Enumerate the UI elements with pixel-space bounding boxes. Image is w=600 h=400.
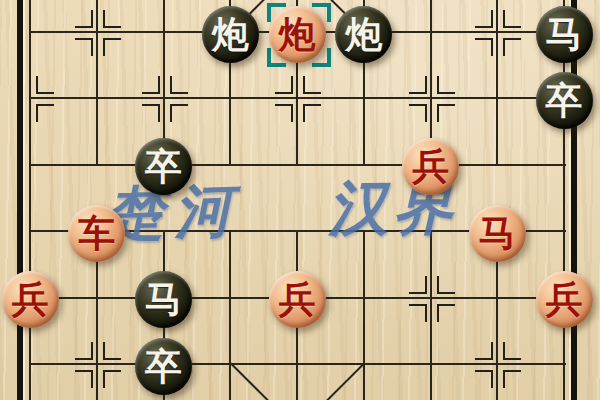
point-marker-bracket	[103, 370, 121, 388]
point-marker-bracket	[437, 304, 455, 322]
grid-line-vertical	[496, 0, 498, 166]
grid-line-vertical	[29, 0, 31, 400]
piece-glyph: 兵	[12, 281, 49, 318]
point-marker-bracket	[170, 76, 188, 94]
point-marker-bracket	[409, 304, 427, 322]
piece-black-soldier[interactable]: 卒	[135, 138, 192, 195]
grid-line-vertical	[96, 0, 98, 166]
point-marker-bracket	[103, 38, 121, 56]
board-border-left-highlight	[23, 0, 25, 400]
piece-glyph: 车	[78, 215, 115, 252]
piece-glyph: 炮	[212, 16, 249, 53]
point-marker-bracket	[409, 76, 427, 94]
grid-line-vertical	[430, 230, 432, 400]
point-marker-bracket	[475, 10, 493, 28]
piece-red-soldier[interactable]: 兵	[536, 271, 593, 328]
point-marker-bracket	[475, 342, 493, 360]
point-marker-bracket	[437, 104, 455, 122]
point-marker-bracket	[503, 370, 521, 388]
piece-glyph: 兵	[412, 148, 449, 185]
point-marker-bracket	[170, 104, 188, 122]
piece-red-soldier[interactable]: 兵	[402, 138, 459, 195]
point-marker-bracket	[142, 76, 160, 94]
piece-red-chariot[interactable]: 车	[68, 205, 125, 262]
point-marker-bracket	[103, 342, 121, 360]
piece-glyph: 卒	[145, 348, 182, 385]
point-marker-bracket	[409, 104, 427, 122]
xiangqi-board[interactable]: 楚河 汉界 炮炮炮马卒卒兵车马兵马兵兵卒	[0, 0, 600, 400]
piece-red-cannon-selected[interactable]: 炮	[269, 6, 326, 63]
piece-black-cannon[interactable]: 炮	[202, 6, 259, 63]
grid-line-vertical	[229, 230, 231, 400]
point-marker-bracket	[36, 76, 54, 94]
piece-black-horse[interactable]: 马	[135, 271, 192, 328]
point-marker-bracket	[142, 104, 160, 122]
piece-black-cannon[interactable]: 炮	[335, 6, 392, 63]
piece-glyph: 马	[546, 16, 583, 53]
point-marker-bracket	[503, 10, 521, 28]
point-marker-bracket	[303, 104, 321, 122]
piece-red-soldier[interactable]: 兵	[269, 271, 326, 328]
grid-line-vertical	[363, 230, 365, 400]
point-marker-bracket	[75, 342, 93, 360]
point-marker-bracket	[75, 10, 93, 28]
piece-glyph: 炮	[345, 16, 382, 53]
piece-glyph: 兵	[546, 281, 583, 318]
piece-black-horse[interactable]: 马	[536, 6, 593, 63]
point-marker-bracket	[503, 38, 521, 56]
point-marker-bracket	[437, 76, 455, 94]
piece-glyph: 炮	[279, 16, 316, 53]
piece-glyph: 兵	[279, 281, 316, 318]
piece-glyph: 卒	[145, 148, 182, 185]
point-marker-bracket	[75, 38, 93, 56]
point-marker-bracket	[409, 276, 427, 294]
point-marker-bracket	[36, 104, 54, 122]
point-marker-bracket	[475, 38, 493, 56]
piece-glyph: 卒	[546, 82, 583, 119]
point-marker-bracket	[75, 370, 93, 388]
piece-glyph: 马	[479, 215, 516, 252]
piece-red-soldier[interactable]: 兵	[2, 271, 59, 328]
piece-red-horse[interactable]: 马	[469, 205, 526, 262]
piece-black-soldier[interactable]: 卒	[135, 338, 192, 395]
point-marker-bracket	[275, 76, 293, 94]
point-marker-bracket	[475, 370, 493, 388]
piece-glyph: 马	[145, 281, 182, 318]
point-marker-bracket	[503, 342, 521, 360]
point-marker-bracket	[103, 10, 121, 28]
point-marker-bracket	[437, 276, 455, 294]
point-marker-bracket	[275, 104, 293, 122]
piece-black-soldier[interactable]: 卒	[536, 72, 593, 129]
point-marker-bracket	[303, 76, 321, 94]
